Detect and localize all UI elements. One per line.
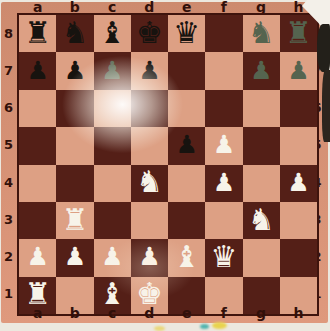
square-b6[interactable] — [56, 90, 93, 127]
piece-black-pawn[interactable]: ♟ — [26, 58, 48, 83]
square-c5[interactable] — [94, 127, 131, 164]
file-label-top-d: d — [131, 0, 168, 13]
square-d3[interactable] — [131, 202, 168, 239]
file-label-bottom-d: d — [131, 306, 168, 322]
square-c3[interactable] — [94, 202, 131, 239]
piece-white-knight[interactable]: ♞ — [248, 205, 275, 235]
square-e7[interactable] — [168, 52, 205, 89]
square-c4[interactable] — [94, 165, 131, 202]
piece-black-pawn[interactable]: ♟ — [175, 132, 197, 157]
file-label-bottom-e: e — [168, 306, 205, 322]
piece-black-knight[interactable]: ♞ — [248, 18, 275, 48]
square-c2[interactable]: ♟ — [94, 239, 131, 276]
piece-black-rook[interactable]: ♜ — [24, 18, 51, 48]
square-g6[interactable] — [243, 90, 280, 127]
rank-label-left-3: 3 — [1, 201, 16, 238]
square-f7[interactable] — [205, 52, 242, 89]
piece-white-pawn[interactable]: ♟ — [287, 170, 309, 195]
square-f4[interactable]: ♟ — [205, 165, 242, 202]
square-a3[interactable] — [19, 202, 56, 239]
edge-dark-object-lower — [322, 70, 330, 142]
piece-white-rook[interactable]: ♜ — [61, 205, 88, 235]
file-label-bottom-c: c — [94, 306, 131, 322]
square-a8[interactable]: ♜ — [19, 15, 56, 52]
piece-black-pawn[interactable]: ♟ — [250, 58, 272, 83]
rank-label-left-6: 6 — [1, 89, 16, 126]
file-label-top-g: g — [243, 0, 280, 13]
square-e4[interactable] — [168, 165, 205, 202]
piece-black-pawn[interactable]: ♟ — [138, 58, 160, 83]
square-d8[interactable]: ♚ — [131, 15, 168, 52]
square-c8[interactable]: ♝ — [94, 15, 131, 52]
square-a6[interactable] — [19, 90, 56, 127]
square-g4[interactable] — [243, 165, 280, 202]
photo-smudge-teal — [200, 324, 209, 329]
square-h8[interactable]: ♜ — [280, 15, 317, 52]
square-b8[interactable]: ♞ — [56, 15, 93, 52]
board-grid: ♜♞♝♚♛♞♜♟♟♟♟♟♟♟♟♞♟♟♜♞♟♟♟♟♝♛♜♝♚ — [17, 13, 319, 316]
file-label-top-a: a — [19, 0, 56, 13]
square-g5[interactable] — [243, 127, 280, 164]
square-h5[interactable] — [280, 127, 317, 164]
square-f3[interactable] — [205, 202, 242, 239]
rank-labels-left: 87654321 — [1, 15, 16, 312]
file-labels-top: abcdefgh — [19, 0, 317, 13]
piece-black-knight[interactable]: ♞ — [61, 18, 88, 48]
rank-label-left-1: 1 — [1, 275, 16, 312]
piece-white-pawn[interactable]: ♟ — [213, 170, 235, 195]
file-label-top-e: e — [168, 0, 205, 13]
photo-smudge-yellow-small — [154, 326, 165, 331]
file-label-bottom-g: g — [243, 306, 280, 322]
square-e8[interactable]: ♛ — [168, 15, 205, 52]
square-g7[interactable]: ♟ — [243, 52, 280, 89]
square-e2[interactable]: ♝ — [168, 239, 205, 276]
square-a7[interactable]: ♟ — [19, 52, 56, 89]
square-d6[interactable] — [131, 90, 168, 127]
square-f2[interactable]: ♛ — [205, 239, 242, 276]
square-e5[interactable]: ♟ — [168, 127, 205, 164]
square-a2[interactable]: ♟ — [19, 239, 56, 276]
square-h6[interactable] — [280, 90, 317, 127]
square-h2[interactable] — [280, 239, 317, 276]
piece-white-pawn[interactable]: ♟ — [101, 244, 123, 269]
square-b4[interactable] — [56, 165, 93, 202]
square-e6[interactable] — [168, 90, 205, 127]
square-d4[interactable]: ♞ — [131, 165, 168, 202]
square-e3[interactable] — [168, 202, 205, 239]
square-a4[interactable] — [19, 165, 56, 202]
square-f6[interactable] — [205, 90, 242, 127]
rank-label-left-2: 2 — [1, 238, 16, 275]
piece-black-pawn[interactable]: ♟ — [64, 58, 86, 83]
file-label-top-c: c — [94, 0, 131, 13]
square-d5[interactable] — [131, 127, 168, 164]
square-c6[interactable] — [94, 90, 131, 127]
piece-white-pawn[interactable]: ♟ — [64, 244, 86, 269]
file-labels-bottom: abcdefgh — [19, 306, 317, 322]
square-f5[interactable]: ♟ — [205, 127, 242, 164]
square-b3[interactable]: ♜ — [56, 202, 93, 239]
piece-white-knight[interactable]: ♞ — [136, 167, 163, 197]
square-f8[interactable] — [205, 15, 242, 52]
piece-white-pawn[interactable]: ♟ — [26, 244, 48, 269]
square-h4[interactable]: ♟ — [280, 165, 317, 202]
piece-white-queen[interactable]: ♛ — [210, 242, 237, 272]
piece-white-bishop[interactable]: ♝ — [173, 242, 200, 272]
piece-black-rook[interactable]: ♜ — [285, 18, 312, 48]
square-b5[interactable] — [56, 127, 93, 164]
file-label-bottom-f: f — [205, 306, 242, 322]
piece-white-pawn[interactable]: ♟ — [213, 132, 235, 157]
photo-smudge-yellow — [212, 322, 227, 329]
square-g2[interactable] — [243, 239, 280, 276]
square-b7[interactable]: ♟ — [56, 52, 93, 89]
rank-label-left-8: 8 — [1, 15, 16, 52]
rank-label-left-5: 5 — [1, 126, 16, 163]
file-label-top-f: f — [205, 0, 242, 13]
file-label-bottom-b: b — [56, 306, 93, 322]
square-g3[interactable]: ♞ — [243, 202, 280, 239]
piece-black-queen[interactable]: ♛ — [173, 18, 200, 48]
square-g8[interactable]: ♞ — [243, 15, 280, 52]
piece-black-pawn[interactable]: ♟ — [101, 58, 123, 83]
piece-black-bishop[interactable]: ♝ — [99, 18, 126, 48]
piece-white-pawn[interactable]: ♟ — [138, 244, 160, 269]
piece-black-king[interactable]: ♚ — [136, 18, 163, 48]
square-h3[interactable] — [280, 202, 317, 239]
square-a5[interactable] — [19, 127, 56, 164]
square-d2[interactable]: ♟ — [131, 239, 168, 276]
piece-black-pawn[interactable]: ♟ — [287, 58, 309, 83]
photo-background: abcdefgh 87654321 7654321 ♜♞♝♚♛♞♜♟♟♟♟♟♟♟… — [0, 0, 330, 331]
square-d7[interactable]: ♟ — [131, 52, 168, 89]
file-label-top-b: b — [56, 0, 93, 13]
rank-label-left-7: 7 — [1, 52, 16, 89]
square-b2[interactable]: ♟ — [56, 239, 93, 276]
edge-dark-object — [317, 24, 330, 72]
square-h7[interactable]: ♟ — [280, 52, 317, 89]
file-label-bottom-a: a — [19, 306, 56, 322]
square-c7[interactable]: ♟ — [94, 52, 131, 89]
file-label-bottom-h: h — [280, 306, 317, 322]
demo-chess-board: abcdefgh 87654321 7654321 ♜♞♝♚♛♞♜♟♟♟♟♟♟♟… — [1, 2, 328, 323]
rank-label-left-4: 4 — [1, 164, 16, 201]
